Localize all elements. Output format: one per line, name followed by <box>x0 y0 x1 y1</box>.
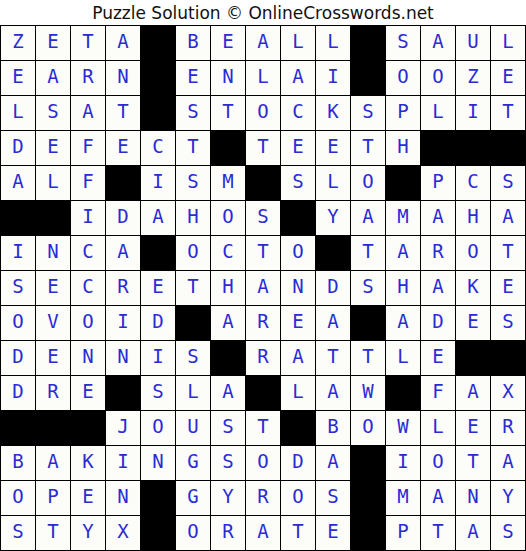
cell-r11c7: A <box>211 376 246 411</box>
cell-r6c5: A <box>141 201 176 236</box>
cell-r6c10: Y <box>316 201 351 236</box>
cell-r15c8: A <box>246 516 281 551</box>
cell-r8c7: H <box>211 271 246 306</box>
black-cell-r6c9 <box>281 201 316 236</box>
cell-r13c1: B <box>1 446 36 481</box>
cell-r2c7: N <box>211 61 246 96</box>
cell-r9c13: D <box>421 306 456 341</box>
cell-r14c13: A <box>421 481 456 516</box>
cell-r9c12: A <box>386 306 421 341</box>
black-cell-r5c4 <box>106 166 141 201</box>
cell-r8c5: E <box>141 271 176 306</box>
cell-r7c14: O <box>456 236 491 271</box>
cell-r14c15: Y <box>491 481 526 516</box>
cell-r6c13: A <box>421 201 456 236</box>
cell-r15c14: A <box>456 516 491 551</box>
cell-r13c7: S <box>211 446 246 481</box>
cell-r10c11: T <box>351 341 386 376</box>
black-cell-r12c9 <box>281 411 316 446</box>
cell-r11c15: X <box>491 376 526 411</box>
cell-r10c3: N <box>71 341 106 376</box>
cell-r9c3: O <box>71 306 106 341</box>
cell-r15c6: O <box>176 516 211 551</box>
page-title: Puzzle Solution © OnlineCrosswords.net <box>0 0 526 25</box>
cell-r5c1: A <box>1 166 36 201</box>
cell-r10c6: S <box>176 341 211 376</box>
cell-r6c14: H <box>456 201 491 236</box>
cell-r4c9: E <box>281 131 316 166</box>
black-cell-r14c11 <box>351 481 386 516</box>
cell-r8c12: H <box>386 271 421 306</box>
black-cell-r5c12 <box>386 166 421 201</box>
cell-r3c4: T <box>106 96 141 131</box>
cell-r7c13: R <box>421 236 456 271</box>
cell-r6c11: A <box>351 201 386 236</box>
cell-r10c8: R <box>246 341 281 376</box>
cell-r13c10: A <box>316 446 351 481</box>
cell-r11c10: A <box>316 376 351 411</box>
cell-r13c15: A <box>491 446 526 481</box>
black-cell-r2c5 <box>141 61 176 96</box>
cell-r5c7: M <box>211 166 246 201</box>
black-cell-r6c2 <box>36 201 71 236</box>
cell-r13c12: I <box>386 446 421 481</box>
cell-r4c1: D <box>1 131 36 166</box>
cell-r4c10: E <box>316 131 351 166</box>
cell-r1c14: U <box>456 26 491 61</box>
cell-r6c8: S <box>246 201 281 236</box>
cell-r2c6: E <box>176 61 211 96</box>
cell-r2c8: L <box>246 61 281 96</box>
cell-r15c1: S <box>1 516 36 551</box>
cell-r13c9: D <box>281 446 316 481</box>
cell-r10c4: N <box>106 341 141 376</box>
cell-r12c6: U <box>176 411 211 446</box>
cell-r11c14: A <box>456 376 491 411</box>
cell-r14c10: S <box>316 481 351 516</box>
cell-r7c2: N <box>36 236 71 271</box>
black-cell-r9c6 <box>176 306 211 341</box>
black-cell-r7c5 <box>141 236 176 271</box>
black-cell-r6c1 <box>1 201 36 236</box>
cell-r15c3: Y <box>71 516 106 551</box>
cell-r9c9: E <box>281 306 316 341</box>
cell-r13c4: I <box>106 446 141 481</box>
cell-r15c12: P <box>386 516 421 551</box>
cell-r5c11: O <box>351 166 386 201</box>
cell-r6c7: O <box>211 201 246 236</box>
cell-r11c13: F <box>421 376 456 411</box>
cell-r10c5: I <box>141 341 176 376</box>
cell-r13c14: T <box>456 446 491 481</box>
black-cell-r10c15 <box>491 341 526 376</box>
crossword-grid: ZETABEALLSAULEARNENLAIOOZELSATSTOCKSPLIT… <box>0 25 526 551</box>
cell-r9c7: A <box>211 306 246 341</box>
cell-r8c2: E <box>36 271 71 306</box>
cell-r4c3: F <box>71 131 106 166</box>
cell-r6c3: I <box>71 201 106 236</box>
cell-r10c13: E <box>421 341 456 376</box>
black-cell-r5c8 <box>246 166 281 201</box>
cell-r7c7: C <box>211 236 246 271</box>
cell-r14c14: N <box>456 481 491 516</box>
cell-r2c12: O <box>386 61 421 96</box>
cell-r12c14: E <box>456 411 491 446</box>
cell-r8c11: S <box>351 271 386 306</box>
black-cell-r11c8 <box>246 376 281 411</box>
cell-r15c13: T <box>421 516 456 551</box>
cell-r15c4: X <box>106 516 141 551</box>
cell-r9c10: A <box>316 306 351 341</box>
cell-r3c13: L <box>421 96 456 131</box>
cell-r5c6: S <box>176 166 211 201</box>
cell-r1c2: E <box>36 26 71 61</box>
cell-r9c4: I <box>106 306 141 341</box>
cell-r11c11: W <box>351 376 386 411</box>
cell-r5c10: L <box>316 166 351 201</box>
cell-r11c9: L <box>281 376 316 411</box>
cell-r7c9: O <box>281 236 316 271</box>
cell-r7c6: O <box>176 236 211 271</box>
cell-r9c1: O <box>1 306 36 341</box>
cell-r8c3: C <box>71 271 106 306</box>
black-cell-r4c14 <box>456 131 491 166</box>
black-cell-r15c11 <box>351 516 386 551</box>
cell-r10c1: D <box>1 341 36 376</box>
cell-r2c2: A <box>36 61 71 96</box>
cell-r4c8: T <box>246 131 281 166</box>
cell-r10c2: E <box>36 341 71 376</box>
cell-r3c1: L <box>1 96 36 131</box>
cell-r12c11: O <box>351 411 386 446</box>
cell-r8c8: A <box>246 271 281 306</box>
cell-r7c1: I <box>1 236 36 271</box>
cell-r2c4: N <box>106 61 141 96</box>
cell-r11c5: S <box>141 376 176 411</box>
cell-r14c7: Y <box>211 481 246 516</box>
cell-r4c6: T <box>176 131 211 166</box>
cell-r13c6: G <box>176 446 211 481</box>
cell-r8c14: K <box>456 271 491 306</box>
cell-r5c5: I <box>141 166 176 201</box>
cell-r7c4: A <box>106 236 141 271</box>
cell-r12c15: R <box>491 411 526 446</box>
cell-r2c14: Z <box>456 61 491 96</box>
black-cell-r10c7 <box>211 341 246 376</box>
cell-r8c6: T <box>176 271 211 306</box>
cell-r1c15: L <box>491 26 526 61</box>
cell-r8c4: R <box>106 271 141 306</box>
black-cell-r1c11 <box>351 26 386 61</box>
cell-r12c4: J <box>106 411 141 446</box>
black-cell-r15c5 <box>141 516 176 551</box>
cell-r5c2: L <box>36 166 71 201</box>
cell-r10c12: L <box>386 341 421 376</box>
cell-r12c13: L <box>421 411 456 446</box>
black-cell-r11c4 <box>106 376 141 411</box>
cell-r2c15: E <box>491 61 526 96</box>
cell-r7c3: C <box>71 236 106 271</box>
cell-r3c9: C <box>281 96 316 131</box>
cell-r2c13: O <box>421 61 456 96</box>
cell-r9c15: S <box>491 306 526 341</box>
cell-r15c7: R <box>211 516 246 551</box>
cell-r13c5: N <box>141 446 176 481</box>
cell-r15c15: S <box>491 516 526 551</box>
cell-r6c6: H <box>176 201 211 236</box>
cell-r5c9: S <box>281 166 316 201</box>
cell-r14c6: G <box>176 481 211 516</box>
cell-r4c11: T <box>351 131 386 166</box>
cell-r12c8: T <box>246 411 281 446</box>
black-cell-r9c11 <box>351 306 386 341</box>
cell-r5c15: S <box>491 166 526 201</box>
black-cell-r1c5 <box>141 26 176 61</box>
cell-r13c13: O <box>421 446 456 481</box>
cell-r14c2: P <box>36 481 71 516</box>
cell-r6c12: M <box>386 201 421 236</box>
cell-r13c3: K <box>71 446 106 481</box>
cell-r3c2: S <box>36 96 71 131</box>
black-cell-r4c15 <box>491 131 526 166</box>
black-cell-r14c5 <box>141 481 176 516</box>
cell-r1c9: L <box>281 26 316 61</box>
cell-r3c11: S <box>351 96 386 131</box>
black-cell-r4c7 <box>211 131 246 166</box>
black-cell-r7c10 <box>316 236 351 271</box>
cell-r5c13: P <box>421 166 456 201</box>
cell-r13c8: O <box>246 446 281 481</box>
cell-r8c9: N <box>281 271 316 306</box>
cell-r3c14: I <box>456 96 491 131</box>
black-cell-r4c13 <box>421 131 456 166</box>
cell-r8c10: D <box>316 271 351 306</box>
cell-r3c3: A <box>71 96 106 131</box>
cell-r2c10: I <box>316 61 351 96</box>
cell-r15c2: T <box>36 516 71 551</box>
cell-r6c4: D <box>106 201 141 236</box>
cell-r3c8: O <box>246 96 281 131</box>
cell-r3c7: T <box>211 96 246 131</box>
cell-r3c6: S <box>176 96 211 131</box>
black-cell-r11c12 <box>386 376 421 411</box>
cell-r3c10: K <box>316 96 351 131</box>
cell-r3c15: T <box>491 96 526 131</box>
cell-r11c1: D <box>1 376 36 411</box>
cell-r6c15: A <box>491 201 526 236</box>
cell-r7c12: A <box>386 236 421 271</box>
cell-r11c2: R <box>36 376 71 411</box>
cell-r3c12: P <box>386 96 421 131</box>
cell-r15c10: E <box>316 516 351 551</box>
cell-r11c3: E <box>71 376 106 411</box>
black-cell-r12c3 <box>71 411 106 446</box>
cell-r10c9: A <box>281 341 316 376</box>
cell-r12c12: W <box>386 411 421 446</box>
cell-r1c13: A <box>421 26 456 61</box>
black-cell-r3c5 <box>141 96 176 131</box>
cell-r1c1: Z <box>1 26 36 61</box>
cell-r8c13: A <box>421 271 456 306</box>
cell-r8c15: E <box>491 271 526 306</box>
cell-r14c12: M <box>386 481 421 516</box>
cell-r7c15: T <box>491 236 526 271</box>
cell-r1c6: B <box>176 26 211 61</box>
cell-r4c4: E <box>106 131 141 166</box>
cell-r5c3: F <box>71 166 106 201</box>
cell-r13c2: A <box>36 446 71 481</box>
cell-r9c8: R <box>246 306 281 341</box>
cell-r9c2: V <box>36 306 71 341</box>
cell-r10c10: T <box>316 341 351 376</box>
cell-r1c4: A <box>106 26 141 61</box>
cell-r14c9: O <box>281 481 316 516</box>
cell-r4c12: H <box>386 131 421 166</box>
cell-r14c4: N <box>106 481 141 516</box>
black-cell-r10c14 <box>456 341 491 376</box>
cell-r2c3: R <box>71 61 106 96</box>
cell-r4c5: C <box>141 131 176 166</box>
cell-r12c7: S <box>211 411 246 446</box>
cell-r1c7: E <box>211 26 246 61</box>
cell-r1c3: T <box>71 26 106 61</box>
cell-r5c14: C <box>456 166 491 201</box>
cell-r9c14: E <box>456 306 491 341</box>
cell-r7c11: T <box>351 236 386 271</box>
cell-r14c1: O <box>1 481 36 516</box>
cell-r1c8: A <box>246 26 281 61</box>
cell-r14c3: E <box>71 481 106 516</box>
black-cell-r13c11 <box>351 446 386 481</box>
cell-r8c1: S <box>1 271 36 306</box>
cell-r2c1: E <box>1 61 36 96</box>
cell-r12c10: B <box>316 411 351 446</box>
cell-r2c9: A <box>281 61 316 96</box>
black-cell-r2c11 <box>351 61 386 96</box>
cell-r12c5: O <box>141 411 176 446</box>
cell-r14c8: R <box>246 481 281 516</box>
cell-r7c8: T <box>246 236 281 271</box>
cell-r4c2: E <box>36 131 71 166</box>
cell-r15c9: T <box>281 516 316 551</box>
black-cell-r12c2 <box>36 411 71 446</box>
cell-r1c12: S <box>386 26 421 61</box>
black-cell-r12c1 <box>1 411 36 446</box>
cell-r1c10: L <box>316 26 351 61</box>
cell-r9c5: D <box>141 306 176 341</box>
cell-r11c6: L <box>176 376 211 411</box>
